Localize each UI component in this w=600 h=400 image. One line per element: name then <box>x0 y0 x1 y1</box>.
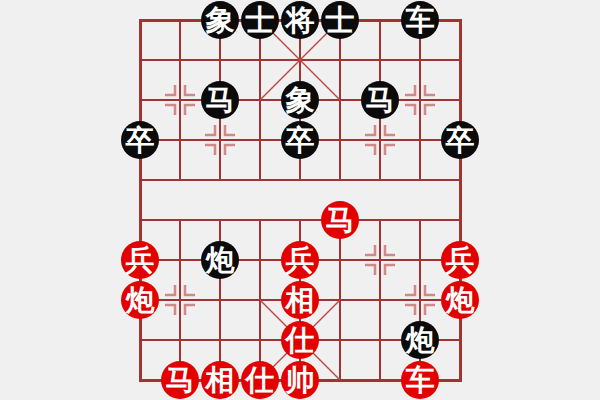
red-chariot[interactable]: 车 <box>401 361 439 399</box>
red-elephant[interactable]: 相 <box>281 281 319 319</box>
black-advisor[interactable]: 士 <box>321 1 359 39</box>
black-elephant[interactable]: 象 <box>201 1 239 39</box>
red-soldier[interactable]: 兵 <box>281 241 319 279</box>
red-horse[interactable]: 马 <box>321 201 359 239</box>
black-horse[interactable]: 马 <box>361 81 399 119</box>
black-chariot[interactable]: 车 <box>401 1 439 39</box>
red-horse[interactable]: 马 <box>161 361 199 399</box>
black-soldier[interactable]: 卒 <box>441 121 479 159</box>
red-soldier[interactable]: 兵 <box>121 241 159 279</box>
black-elephant[interactable]: 象 <box>281 81 319 119</box>
red-advisor[interactable]: 仕 <box>281 321 319 359</box>
red-cannon[interactable]: 炮 <box>121 281 159 319</box>
black-horse[interactable]: 马 <box>201 81 239 119</box>
black-cannon[interactable]: 炮 <box>401 321 439 359</box>
red-elephant[interactable]: 相 <box>201 361 239 399</box>
red-soldier[interactable]: 兵 <box>441 241 479 279</box>
black-soldier[interactable]: 卒 <box>121 121 159 159</box>
red-cannon[interactable]: 炮 <box>441 281 479 319</box>
black-cannon[interactable]: 炮 <box>201 241 239 279</box>
red-advisor[interactable]: 仕 <box>241 361 279 399</box>
black-advisor[interactable]: 士 <box>241 1 279 39</box>
red-general[interactable]: 帅 <box>281 361 319 399</box>
black-soldier[interactable]: 卒 <box>281 121 319 159</box>
piece-layer: 象士将士车马象马卒卒卒马兵炮兵兵炮相炮仕炮马相仕帅车 <box>120 0 480 400</box>
black-general[interactable]: 将 <box>281 1 319 39</box>
xiangqi-board: 象士将士车马象马卒卒卒马兵炮兵兵炮相炮仕炮马相仕帅车 <box>0 0 600 400</box>
